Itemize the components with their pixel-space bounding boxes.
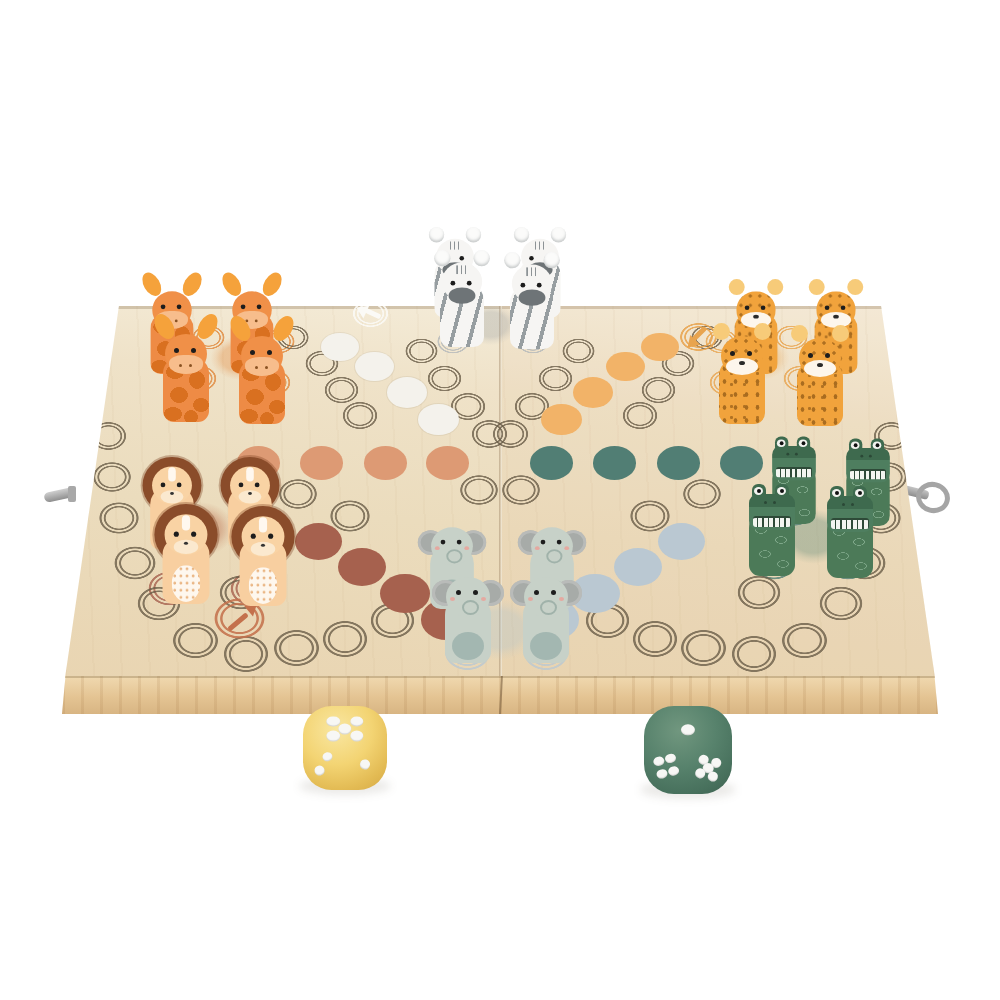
peg-giraffe-4[interactable] <box>236 308 288 424</box>
lion-eyeR <box>255 483 260 488</box>
leopard-earL <box>713 323 730 340</box>
croc-eyeR <box>873 441 882 449</box>
peg-zebra-4[interactable] <box>507 238 557 349</box>
leopard-earL <box>729 279 745 295</box>
pip <box>655 768 668 780</box>
pip <box>327 730 340 741</box>
zebra-earL <box>434 250 450 266</box>
elephant-muzzle <box>540 600 557 615</box>
croc-noseL <box>764 501 767 504</box>
track-circle <box>87 419 131 453</box>
green-die[interactable] <box>644 706 732 794</box>
yellow-die[interactable] <box>303 706 387 790</box>
croc-eyeR <box>855 489 864 497</box>
board-front-edge <box>62 676 938 714</box>
leopard-noseL <box>817 363 823 367</box>
croc-noseR <box>851 503 854 506</box>
leopard-eyeL <box>730 351 735 356</box>
lion-eyeR <box>268 534 273 539</box>
front-edge-seam <box>499 676 503 714</box>
track-circle <box>559 336 598 366</box>
home-circle-lightblue <box>614 548 662 586</box>
leopard-earL <box>791 325 808 342</box>
pip <box>322 750 334 761</box>
right-latch-ring <box>913 478 953 516</box>
pip <box>314 764 326 775</box>
croc-noseL <box>786 453 789 456</box>
track-circle <box>733 572 785 613</box>
zebra-muzzle <box>519 289 546 305</box>
giraffe-eyeL <box>250 350 255 355</box>
yellow-die-face-front_left-2 <box>309 747 340 779</box>
leopard-eyeL <box>808 353 813 358</box>
pip <box>358 759 370 770</box>
track-circle <box>95 499 143 537</box>
track-circle <box>676 626 730 670</box>
zebra-earR <box>544 252 560 268</box>
track-circle <box>402 336 441 366</box>
green-die-face-front_right-5 <box>692 751 724 785</box>
lion-noseL <box>184 542 188 545</box>
giraffe-noseL <box>255 366 258 369</box>
leopard-earR <box>832 325 849 342</box>
giraffe-muzzle <box>169 355 203 374</box>
peg-croc-4[interactable] <box>824 462 876 578</box>
croc-noseR <box>773 501 776 504</box>
elephant-eyeL <box>534 590 539 595</box>
home-circle-salmon <box>364 446 407 480</box>
elephant-eyeR <box>557 540 562 545</box>
track-circle <box>339 399 382 432</box>
elephant-noseL <box>435 546 440 550</box>
track-circle <box>777 619 831 662</box>
start-arrow-amber <box>676 320 720 354</box>
croc-teeth <box>831 518 869 529</box>
croc-eyeL <box>754 487 763 495</box>
track-circle <box>89 459 135 495</box>
track-circle <box>815 583 867 625</box>
elephant-noseL <box>450 597 455 601</box>
peg-elephant-4[interactable] <box>520 547 572 663</box>
croc-eyeR <box>799 439 808 447</box>
giraffe-eyeL <box>174 348 179 353</box>
start-arrow-white-glyph <box>352 297 389 330</box>
zebra-muzzle <box>449 287 476 303</box>
elephant-belly <box>452 632 484 660</box>
pip <box>664 752 677 764</box>
peg-lion-3[interactable] <box>159 486 212 604</box>
home-circle-amber <box>573 377 613 408</box>
home-circle-white <box>355 352 393 382</box>
scene: Wooden safari ludo board game for 6 play… <box>0 0 1000 1000</box>
peg-zebra-3[interactable] <box>437 236 487 347</box>
elephant-eyeR <box>551 590 556 595</box>
home-circle-amber <box>606 352 644 382</box>
giraffe-noseR <box>265 366 268 369</box>
track-circle <box>679 476 726 513</box>
leopard-eyeR <box>825 353 830 358</box>
elephant-eyeL <box>541 540 546 545</box>
zebra-blaze <box>526 267 538 276</box>
home-circle-white <box>321 333 359 362</box>
track-circle <box>619 399 662 432</box>
croc-eyeL <box>832 489 841 497</box>
pip <box>667 765 680 777</box>
arrow-shaft <box>365 308 382 320</box>
croc-eyeR <box>777 487 786 495</box>
leopard-earR <box>754 323 771 340</box>
elephant-belly <box>530 632 562 660</box>
leopard-earL <box>809 279 825 295</box>
croc-noseR <box>795 453 798 456</box>
yellow-die-face-front_right-1 <box>349 749 380 781</box>
lion-eyeL <box>239 483 244 488</box>
yellow-die-face-top-5 <box>321 714 368 743</box>
lion-eyeL <box>174 532 179 537</box>
peg-elephant-3[interactable] <box>442 547 494 663</box>
lion-noseL <box>261 544 265 547</box>
elephant-eyeL <box>441 540 446 545</box>
zebra-eyeL <box>520 283 525 288</box>
lion-eyeR <box>191 532 196 537</box>
lion-belly <box>249 567 278 604</box>
track-circle <box>318 617 372 660</box>
elephant-noseL <box>528 597 533 601</box>
elephant-noseR <box>481 597 486 601</box>
lion-blaze <box>246 467 254 481</box>
home-circle-amber <box>641 333 679 362</box>
giraffe-eyeR <box>267 350 272 355</box>
lion-blaze <box>259 517 267 532</box>
zebra-blaze <box>456 265 468 274</box>
zebra-earL <box>504 252 520 268</box>
left-latch-plate <box>68 486 76 502</box>
home-circle-rust <box>295 523 342 560</box>
green-die-face-top-1 <box>663 715 712 745</box>
peg-giraffe-3[interactable] <box>160 306 212 422</box>
croc-noseL <box>842 503 845 506</box>
leopard-noseL <box>739 361 745 365</box>
giraffe-noseR <box>189 364 192 367</box>
croc-noseL <box>860 455 863 458</box>
pip <box>707 770 720 782</box>
croc-teeth <box>753 516 791 527</box>
home-circle-white <box>387 377 427 408</box>
croc-eyeL <box>851 441 860 449</box>
home-circle-white <box>418 404 459 436</box>
elephant-eyeL <box>456 590 461 595</box>
lion-blaze <box>182 515 190 530</box>
track-circle <box>489 417 533 451</box>
elephant-muzzle <box>462 600 479 615</box>
giraffe-muzzle <box>245 357 279 376</box>
peg-lion-4[interactable] <box>236 488 289 606</box>
lion-belly <box>172 565 201 602</box>
zebra-eyeL <box>450 281 455 286</box>
pip <box>350 730 363 741</box>
pip <box>652 755 665 767</box>
home-circle-salmon <box>426 446 469 480</box>
home-circle-teal <box>593 446 636 480</box>
home-circle-teal <box>530 446 573 480</box>
zebra-earR <box>474 250 490 266</box>
arrow-shaft <box>227 613 248 632</box>
lion-blaze <box>168 467 176 481</box>
pip <box>681 724 695 735</box>
track-circle <box>727 632 782 676</box>
track-circle <box>269 626 323 670</box>
elephant-noseR <box>559 597 564 601</box>
green-die-face-front_left-4 <box>650 749 682 783</box>
home-circle-rust <box>338 548 386 586</box>
peg-croc-3[interactable] <box>746 460 798 576</box>
leopard-eyeR <box>747 351 752 356</box>
peg-leopard-3[interactable] <box>716 308 768 424</box>
zebra-eyeR <box>467 281 472 286</box>
leopard-earR <box>847 279 863 295</box>
croc-noseR <box>869 455 872 458</box>
start-arrow-amber-glyph <box>679 318 718 357</box>
zebra-eyeR <box>537 283 542 288</box>
home-circle-salmon <box>300 446 343 480</box>
elephant-eyeR <box>457 540 462 545</box>
home-circle-teal <box>657 446 700 480</box>
home-circle-rust <box>380 574 430 613</box>
elephant-eyeR <box>473 590 478 595</box>
pip <box>350 716 363 727</box>
giraffe-noseL <box>179 364 182 367</box>
lion-eyeL <box>251 534 256 539</box>
track-circle <box>628 617 682 660</box>
arrow-head <box>354 301 370 318</box>
leopard-earR <box>767 279 783 295</box>
giraffe-eyeR <box>191 348 196 353</box>
start-arrow-white <box>349 297 392 330</box>
peg-leopard-4[interactable] <box>794 310 846 426</box>
croc-eyeL <box>777 439 786 447</box>
